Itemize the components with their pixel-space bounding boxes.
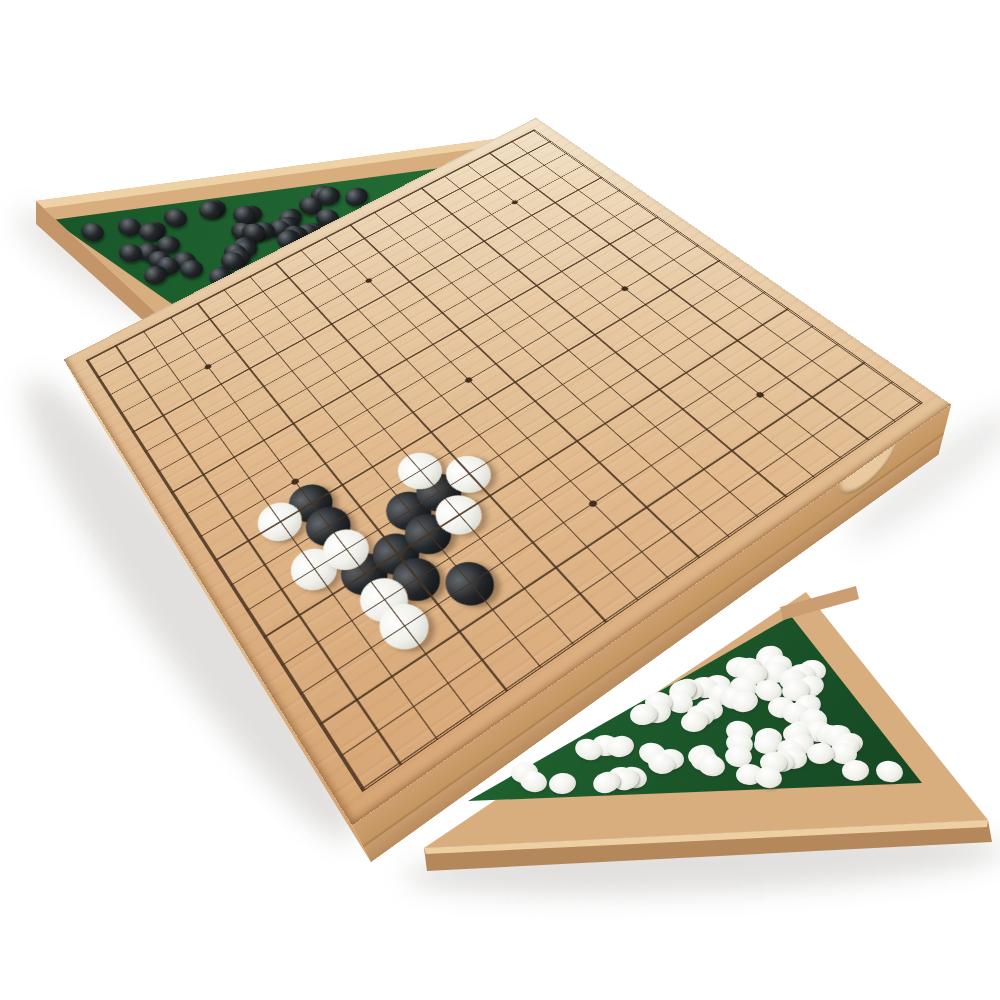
tray-white-stone: [724, 744, 753, 768]
tray-white-stone: [799, 707, 829, 731]
tray-black-stone: [274, 214, 301, 237]
tray-white-stone: [591, 734, 620, 757]
tray-white-stone: [753, 732, 782, 755]
tray-white-stone: [690, 676, 720, 700]
tray-white-stone: [729, 689, 760, 715]
tray-white-stone: [725, 657, 753, 679]
tray-black-stone: [202, 199, 226, 218]
tray-black-stone: [136, 242, 160, 261]
tray-black-stone: [267, 218, 293, 241]
tray-white-stone: [609, 766, 640, 793]
tray-white-stone: [718, 685, 748, 710]
tray-white-stone: [780, 748, 808, 770]
tray-black-stone: [157, 235, 181, 254]
tray-black-stone: [240, 221, 267, 244]
tray-white-stone: [764, 655, 792, 677]
tray-white-stone: [805, 721, 832, 742]
tray-white-stone: [573, 736, 605, 763]
tray-white-stone: [695, 697, 724, 721]
tray-white-stone: [766, 750, 795, 774]
tray-white-stone: [759, 751, 787, 773]
tray-black-stone: [199, 200, 224, 220]
tray-white-stone: [778, 668, 806, 691]
tray-black-stone: [297, 195, 323, 217]
tray-black-stone: [180, 259, 204, 278]
tray-black-stone: [223, 242, 248, 263]
tray-white-stone: [667, 677, 699, 705]
tray-white-stone: [605, 733, 635, 759]
tray-white-stone: [829, 741, 859, 766]
tray-white-stone: [786, 721, 813, 743]
tray-white-stone: [813, 722, 844, 749]
tray-white-stone: [754, 678, 784, 703]
tray-black-stone: [240, 222, 266, 245]
go-set-photo: [0, 0, 1000, 1000]
tray-white-stone: [548, 772, 577, 795]
tray-black-stone: [277, 207, 304, 230]
tray-black-stone: [233, 206, 256, 225]
tray-white-stone: [785, 731, 816, 758]
tray-white-stone: [787, 663, 815, 685]
tray-black-stone: [229, 220, 256, 244]
tray-black-stone: [117, 216, 142, 237]
tray-white-stone: [645, 692, 672, 714]
white-tray-shadow: [404, 821, 1000, 905]
tray-white-stone: [835, 732, 864, 756]
tray-black-stone: [138, 222, 162, 242]
tray-white-stone: [696, 753, 727, 779]
tray-white-stone: [806, 743, 834, 765]
tray-white-stone: [781, 702, 810, 726]
tray-white-stone: [736, 763, 764, 785]
tray-white-stone: [591, 769, 623, 797]
tray-white-stone: [753, 651, 783, 677]
tray-white-stone: [768, 697, 795, 718]
tray-black-stone: [251, 222, 275, 241]
tray-white-stone: [724, 731, 755, 757]
tray-white-stone: [679, 709, 709, 734]
tray-black-stone: [163, 207, 188, 228]
tray-white-stone: [874, 759, 905, 785]
tray-white-stone: [761, 661, 789, 684]
tray-white-stone: [637, 740, 668, 767]
tray-white-stone: [686, 743, 716, 768]
tray-white-stone: [511, 761, 539, 784]
tray-white-stone: [664, 689, 695, 715]
tray-black-stone: [233, 239, 258, 259]
tray-white-stone: [755, 728, 783, 750]
tray-white-stone: [799, 659, 827, 682]
tray-white-stone: [753, 643, 784, 670]
tray-white-stone: [753, 764, 783, 790]
tray-white-stone: [629, 703, 659, 728]
tray-white-stone: [686, 703, 716, 728]
tray-white-stone: [781, 679, 810, 703]
tray-black-stone: [148, 250, 172, 269]
tray-white-stone: [782, 722, 812, 746]
tray-white-stone: [739, 662, 769, 687]
tray-black-stone: [311, 186, 335, 205]
tray-white-stone: [704, 675, 731, 696]
tray-black-stone: [141, 221, 166, 242]
tray-white-stone: [724, 718, 755, 744]
go-board: [64, 118, 952, 826]
tray-black-stone: [155, 256, 180, 277]
tray-white-stone: [607, 765, 636, 789]
tray-black-stone: [316, 186, 341, 207]
tray-black-stone: [173, 252, 197, 271]
tray-white-stone: [647, 751, 676, 775]
tray-white-stone: [673, 676, 705, 704]
tray-white-stone: [731, 655, 763, 683]
tray-white-stone: [708, 683, 736, 705]
tray-white-stone: [841, 760, 868, 782]
tray-white-stone: [618, 765, 649, 791]
tray-white-stone: [832, 736, 860, 758]
tray-black-stone: [230, 234, 257, 258]
tray-white-stone: [799, 708, 828, 732]
tray-white-stone: [775, 736, 807, 764]
tray-white-stone: [657, 748, 684, 769]
tray-white-stone: [792, 692, 823, 719]
tray-white-stone: [822, 724, 852, 749]
tray-white-stone: [643, 700, 673, 725]
tray-white-stone: [518, 768, 549, 794]
tray-white-stone: [794, 673, 825, 700]
tray-white-stone: [691, 750, 719, 772]
tray-black-stone: [237, 204, 263, 226]
tray-white-stone: [728, 674, 759, 701]
